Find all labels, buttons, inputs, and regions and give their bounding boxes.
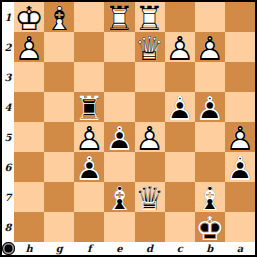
square-d4[interactable]: [135, 92, 165, 122]
white-bishop-glyph-outline: ♗: [44, 3, 74, 33]
square-g5[interactable]: [44, 122, 74, 152]
square-c8[interactable]: [165, 212, 195, 242]
piece-white-bishop[interactable]: ♝♗: [44, 2, 74, 32]
black-pawn-glyph-outline: ♙: [74, 153, 104, 183]
square-a6[interactable]: ♟♙: [225, 152, 255, 182]
black-to-move-indicator: [2, 242, 15, 255]
square-f3[interactable]: [74, 62, 104, 92]
piece-white-pawn[interactable]: ♟♙: [165, 32, 195, 62]
square-d1[interactable]: ♜♖: [135, 2, 165, 32]
file-label-e: e: [104, 242, 134, 255]
piece-black-pawn[interactable]: ♟♙: [74, 152, 104, 182]
rank-label-7: 7: [2, 182, 14, 212]
file-label-f: f: [74, 242, 104, 255]
piece-black-queen[interactable]: ♛♕: [135, 182, 165, 212]
square-g8[interactable]: [44, 212, 74, 242]
white-pawn-glyph-outline: ♙: [165, 33, 195, 63]
square-c2[interactable]: ♟♙: [165, 32, 195, 62]
square-f7[interactable]: [74, 182, 104, 212]
square-h8[interactable]: [14, 212, 44, 242]
square-e3[interactable]: [104, 62, 134, 92]
square-e5[interactable]: ♟♙: [104, 122, 134, 152]
square-f8[interactable]: [74, 212, 104, 242]
square-e4[interactable]: [104, 92, 134, 122]
piece-white-rook[interactable]: ♜♖: [135, 2, 165, 32]
file-label-d: d: [135, 242, 165, 255]
white-rook-glyph-outline: ♖: [104, 3, 134, 33]
square-a2[interactable]: [225, 32, 255, 62]
square-b6[interactable]: [195, 152, 225, 182]
square-b8[interactable]: ♚♔: [195, 212, 225, 242]
square-e6[interactable]: [104, 152, 134, 182]
square-g6[interactable]: [44, 152, 74, 182]
square-a1[interactable]: [225, 2, 255, 32]
white-queen-glyph-outline: ♕: [135, 33, 165, 63]
file-label-a: a: [225, 242, 255, 255]
black-pawn-glyph-outline: ♙: [165, 93, 195, 123]
square-d3[interactable]: [135, 62, 165, 92]
square-a8[interactable]: [225, 212, 255, 242]
square-d2[interactable]: ♛♕: [135, 32, 165, 62]
square-c7[interactable]: [165, 182, 195, 212]
black-pawn-glyph-outline: ♙: [104, 123, 134, 153]
square-g3[interactable]: [44, 62, 74, 92]
piece-white-rook[interactable]: ♜♖: [104, 2, 134, 32]
file-labels: hgfedcba: [14, 242, 255, 255]
square-c6[interactable]: [165, 152, 195, 182]
piece-white-pawn[interactable]: ♟♙: [14, 32, 44, 62]
square-d5[interactable]: ♟♙: [135, 122, 165, 152]
square-e8[interactable]: [104, 212, 134, 242]
black-pawn-glyph-outline: ♙: [225, 153, 255, 183]
square-b3[interactable]: [195, 62, 225, 92]
piece-white-pawn[interactable]: ♟♙: [195, 32, 225, 62]
square-b1[interactable]: [195, 2, 225, 32]
piece-black-king[interactable]: ♚♔: [195, 212, 225, 242]
square-g7[interactable]: [44, 182, 74, 212]
black-bishop-glyph-outline: ♗: [104, 183, 134, 213]
square-b2[interactable]: ♟♙: [195, 32, 225, 62]
square-c1[interactable]: [165, 2, 195, 32]
square-h1[interactable]: ♚♔: [14, 2, 44, 32]
square-d6[interactable]: [135, 152, 165, 182]
square-e7[interactable]: ♝♗: [104, 182, 134, 212]
white-pawn-glyph-outline: ♙: [195, 33, 225, 63]
square-b5[interactable]: [195, 122, 225, 152]
rank-label-2: 2: [2, 32, 14, 62]
white-pawn-glyph-outline: ♙: [135, 123, 165, 153]
square-c3[interactable]: [165, 62, 195, 92]
square-a4[interactable]: [225, 92, 255, 122]
file-label-b: b: [195, 242, 225, 255]
square-h3[interactable]: [14, 62, 44, 92]
rank-label-6: 6: [2, 152, 14, 182]
rank-label-4: 4: [2, 92, 14, 122]
square-d8[interactable]: [135, 212, 165, 242]
piece-white-pawn[interactable]: ♟♙: [225, 122, 255, 152]
chess-board[interactable]: ♚♔♝♗♜♖♜♖♟♙♛♕♟♙♟♙♜♖♟♙♟♙♟♙♟♙♟♙♟♙♟♙♟♙♝♗♛♕♝♗…: [14, 2, 255, 242]
square-f6[interactable]: ♟♙: [74, 152, 104, 182]
rank-label-8: 8: [2, 212, 14, 242]
square-a7[interactable]: [225, 182, 255, 212]
rank-label-5: 5: [2, 122, 14, 152]
piece-black-bishop[interactable]: ♝♗: [195, 182, 225, 212]
square-a5[interactable]: ♟♙: [225, 122, 255, 152]
piece-white-pawn[interactable]: ♟♙: [74, 122, 104, 152]
file-label-g: g: [44, 242, 74, 255]
rank-label-1: 1: [2, 2, 14, 32]
square-f1[interactable]: [74, 2, 104, 32]
square-h5[interactable]: [14, 122, 44, 152]
black-queen-glyph-outline: ♕: [135, 183, 165, 213]
white-pawn-glyph-outline: ♙: [14, 33, 44, 63]
file-label-h: h: [14, 242, 44, 255]
piece-black-bishop[interactable]: ♝♗: [104, 182, 134, 212]
black-king-glyph-outline: ♔: [195, 213, 225, 243]
square-h7[interactable]: [14, 182, 44, 212]
chess-diagram: 12345678 ♚♔♝♗♜♖♜♖♟♙♛♕♟♙♟♙♜♖♟♙♟♙♟♙♟♙♟♙♟♙♟…: [0, 0, 257, 257]
square-h4[interactable]: [14, 92, 44, 122]
square-f2[interactable]: [74, 32, 104, 62]
square-g1[interactable]: ♝♗: [44, 2, 74, 32]
piece-white-queen[interactable]: ♛♕: [135, 32, 165, 62]
square-c4[interactable]: ♟♙: [165, 92, 195, 122]
black-pawn-glyph-outline: ♙: [195, 93, 225, 123]
square-a3[interactable]: [225, 62, 255, 92]
piece-black-pawn[interactable]: ♟♙: [165, 92, 195, 122]
rank-labels: 12345678: [2, 2, 14, 242]
square-d7[interactable]: ♛♕: [135, 182, 165, 212]
piece-black-rook[interactable]: ♜♖: [74, 92, 104, 122]
square-f5[interactable]: ♟♙: [74, 122, 104, 152]
square-b4[interactable]: ♟♙: [195, 92, 225, 122]
square-h2[interactable]: ♟♙: [14, 32, 44, 62]
square-b7[interactable]: ♝♗: [195, 182, 225, 212]
square-e1[interactable]: ♜♖: [104, 2, 134, 32]
square-f4[interactable]: ♜♖: [74, 92, 104, 122]
piece-black-pawn[interactable]: ♟♙: [195, 92, 225, 122]
square-g2[interactable]: [44, 32, 74, 62]
file-label-c: c: [165, 242, 195, 255]
square-c5[interactable]: [165, 122, 195, 152]
piece-black-pawn[interactable]: ♟♙: [225, 152, 255, 182]
piece-black-pawn[interactable]: ♟♙: [104, 122, 134, 152]
square-g4[interactable]: [44, 92, 74, 122]
square-e2[interactable]: [104, 32, 134, 62]
piece-white-king[interactable]: ♚♔: [14, 2, 44, 32]
rank-label-3: 3: [2, 62, 14, 92]
piece-white-pawn[interactable]: ♟♙: [135, 122, 165, 152]
square-h6[interactable]: [14, 152, 44, 182]
